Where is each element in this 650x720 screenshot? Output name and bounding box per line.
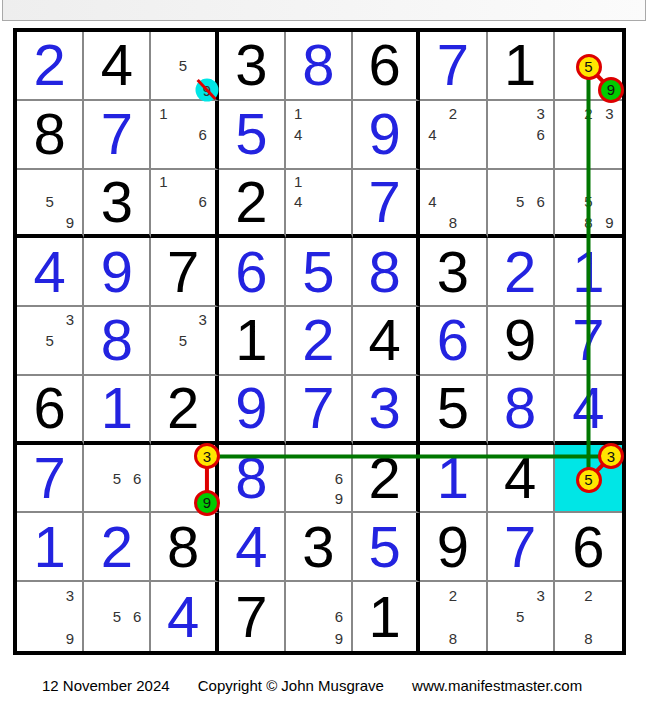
pencilmarks: 56 xyxy=(86,584,147,649)
solved-digit: 4 xyxy=(572,379,604,437)
cell-r1c5[interactable]: 8 xyxy=(286,32,353,101)
pencilmarks: 35 xyxy=(490,584,551,649)
cell-r2c8[interactable]: 36 xyxy=(488,101,555,170)
cell-r9c1[interactable]: 39 xyxy=(17,582,84,651)
cell-r1c9[interactable] xyxy=(555,32,622,101)
candidate-digit: 5 xyxy=(173,330,193,351)
cell-r6c9[interactable]: 4 xyxy=(555,376,622,445)
pencilmarks: 56 xyxy=(490,172,551,233)
solved-digit: 1 xyxy=(33,518,65,576)
solved-digit: 1 xyxy=(572,243,604,301)
solved-digit: 1 xyxy=(437,449,469,507)
cell-r8c2[interactable]: 2 xyxy=(84,513,151,582)
cell-r1c2[interactable]: 4 xyxy=(84,32,151,101)
cell-r4c6[interactable]: 8 xyxy=(353,238,420,307)
solved-digit: 2 xyxy=(504,243,536,301)
cell-r5c4[interactable]: 1 xyxy=(219,307,286,376)
candidate-digit: 5 xyxy=(107,606,127,628)
solved-digit: 9 xyxy=(235,379,267,437)
given-digit: 7 xyxy=(167,243,199,301)
candidate-digit: 4 xyxy=(422,192,442,212)
candidate-digit: 1 xyxy=(288,103,308,124)
cell-r6c6[interactable]: 3 xyxy=(353,376,420,445)
cell-r8c7[interactable]: 9 xyxy=(420,513,487,582)
pencilmarks: 69 xyxy=(288,584,349,649)
pencilmarks: 59 xyxy=(19,172,80,233)
candidate-digit: 3 xyxy=(193,309,213,330)
pencilmarks: 5 xyxy=(153,34,212,97)
cell-r6c5[interactable]: 7 xyxy=(286,376,353,445)
candidate-digit: 1 xyxy=(153,172,173,192)
page-background: 5935399 24538671871651492436235931621474… xyxy=(0,0,650,720)
cell-r3c8[interactable]: 56 xyxy=(488,170,555,239)
candidate-digit: 6 xyxy=(193,192,213,212)
given-digit: 6 xyxy=(572,518,604,576)
cell-r2c6[interactable]: 9 xyxy=(353,101,420,170)
solved-digit: 2 xyxy=(33,36,65,94)
cell-r6c3[interactable]: 2 xyxy=(151,376,218,445)
given-digit: 9 xyxy=(437,518,469,576)
solved-digit: 2 xyxy=(302,311,334,369)
cell-r9c4[interactable]: 7 xyxy=(219,582,286,651)
cell-r2c2[interactable]: 7 xyxy=(84,101,151,170)
cell-r6c4[interactable]: 9 xyxy=(219,376,286,445)
cell-r3c2[interactable]: 3 xyxy=(84,170,151,239)
cell-r9c9[interactable]: 28 xyxy=(555,582,622,651)
solved-digit: 8 xyxy=(369,243,401,301)
cell-r4c5[interactable]: 5 xyxy=(286,238,353,307)
candidate-digit: 3 xyxy=(530,584,550,606)
cell-r4c3[interactable]: 7 xyxy=(151,238,218,307)
given-digit: 6 xyxy=(33,379,65,437)
candidate-digit: 9 xyxy=(60,627,80,649)
candidate-digit: 8 xyxy=(443,212,463,232)
pencilmarks: 48 xyxy=(422,172,483,233)
cell-r3c6[interactable]: 7 xyxy=(353,170,420,239)
cell-r5c1[interactable]: 35 xyxy=(17,307,84,376)
pencilmarks: 16 xyxy=(153,103,212,166)
cell-r3c1[interactable]: 59 xyxy=(17,170,84,239)
solved-digit: 3 xyxy=(369,379,401,437)
candidate-digit: 3 xyxy=(60,309,80,330)
candidate-digit: 2 xyxy=(443,103,463,124)
pencilmarks: 14 xyxy=(288,103,349,166)
cell-r9c2[interactable]: 56 xyxy=(84,582,151,651)
candidate-digit: 6 xyxy=(530,192,550,212)
cell-r2c9[interactable]: 23 xyxy=(555,101,622,170)
candidate-digit: 6 xyxy=(530,124,550,145)
given-digit: 2 xyxy=(235,173,267,231)
candidate-digit: 1 xyxy=(288,172,308,192)
cell-r4c4[interactable]: 6 xyxy=(219,238,286,307)
solved-digit: 6 xyxy=(437,311,469,369)
cell-r5c5[interactable]: 2 xyxy=(286,307,353,376)
footer: 12 November 2024 Copyright © John Musgra… xyxy=(42,677,582,694)
pencilmarks: 35 xyxy=(153,309,212,372)
cell-r7c8[interactable]: 4 xyxy=(488,445,555,514)
cell-r9c8[interactable]: 35 xyxy=(488,582,555,651)
candidate-digit: 4 xyxy=(288,124,308,145)
cell-r4c8[interactable]: 2 xyxy=(488,238,555,307)
pencilmarks xyxy=(557,447,620,510)
candidate-digit: 5 xyxy=(39,330,59,351)
cell-r2c7[interactable]: 24 xyxy=(420,101,487,170)
pencilmarks: 16 xyxy=(153,172,212,233)
cell-r8c8[interactable]: 7 xyxy=(488,513,555,582)
given-digit: 9 xyxy=(504,311,536,369)
solved-digit: 5 xyxy=(369,518,401,576)
solved-digit: 5 xyxy=(235,105,267,163)
candidate-digit: 4 xyxy=(422,124,442,145)
pencilmarks: 589 xyxy=(557,172,620,233)
cell-r6c1[interactable]: 6 xyxy=(17,376,84,445)
cell-r8c9[interactable]: 6 xyxy=(555,513,622,582)
cell-r6c7[interactable]: 5 xyxy=(420,376,487,445)
cell-r9c7[interactable]: 28 xyxy=(420,582,487,651)
pencilmarks: 36 xyxy=(490,103,551,166)
candidate-digit: 6 xyxy=(193,124,213,145)
given-digit: 1 xyxy=(235,311,267,369)
given-digit: 8 xyxy=(167,518,199,576)
solved-digit: 8 xyxy=(302,36,334,94)
cell-r2c1[interactable]: 8 xyxy=(17,101,84,170)
candidate-digit: 2 xyxy=(443,584,463,606)
solved-digit: 4 xyxy=(167,588,199,646)
solved-digit: 9 xyxy=(369,105,401,163)
cell-r5c9[interactable]: 7 xyxy=(555,307,622,376)
solved-digit: 7 xyxy=(504,518,536,576)
cell-r5c3[interactable]: 35 xyxy=(151,307,218,376)
cell-r1c8[interactable]: 1 xyxy=(488,32,555,101)
cell-r8c3[interactable]: 8 xyxy=(151,513,218,582)
cell-r9c6[interactable]: 1 xyxy=(353,582,420,651)
cell-r2c5[interactable]: 14 xyxy=(286,101,353,170)
cell-r8c4[interactable]: 4 xyxy=(219,513,286,582)
pencilmarks: 56 xyxy=(86,447,147,510)
solved-digit: 5 xyxy=(302,243,334,301)
candidate-digit: 3 xyxy=(599,103,620,124)
pencilmarks: 28 xyxy=(422,584,483,649)
candidate-digit: 9 xyxy=(60,212,80,232)
cell-r1c3[interactable]: 5 xyxy=(151,32,218,101)
given-digit: 4 xyxy=(369,311,401,369)
candidate-digit: 3 xyxy=(530,103,550,124)
cell-r7c9[interactable] xyxy=(555,445,622,514)
candidate-digit: 4 xyxy=(288,192,308,212)
cell-r9c3[interactable]: 4 xyxy=(151,582,218,651)
cell-r1c4[interactable]: 3 xyxy=(219,32,286,101)
candidate-digit: 9 xyxy=(329,627,349,649)
cell-r3c5[interactable]: 14 xyxy=(286,170,353,239)
footer-copyright: Copyright © John Musgrave xyxy=(198,677,384,694)
solved-digit: 7 xyxy=(302,379,334,437)
cell-r4c7[interactable]: 3 xyxy=(420,238,487,307)
cell-r6c8[interactable]: 8 xyxy=(488,376,555,445)
cell-r4c1[interactable]: 4 xyxy=(17,238,84,307)
given-digit: 2 xyxy=(167,379,199,437)
solved-digit: 8 xyxy=(101,311,133,369)
candidate-digit: 6 xyxy=(127,606,147,628)
given-digit: 6 xyxy=(369,36,401,94)
candidate-digit: 5 xyxy=(173,55,193,76)
given-digit: 8 xyxy=(33,105,65,163)
solved-digit: 8 xyxy=(504,379,536,437)
cell-r1c6[interactable]: 6 xyxy=(353,32,420,101)
sudoku-board: 5935399 24538671871651492436235931621474… xyxy=(13,28,626,655)
top-bar xyxy=(2,0,646,21)
solved-digit: 7 xyxy=(572,311,604,369)
solved-digit: 7 xyxy=(369,173,401,231)
cell-r5c8[interactable]: 9 xyxy=(488,307,555,376)
candidate-digit: 8 xyxy=(578,212,599,232)
solved-digit: 4 xyxy=(33,243,65,301)
cell-r3c4[interactable]: 2 xyxy=(219,170,286,239)
given-digit: 3 xyxy=(101,173,133,231)
candidate-digit: 8 xyxy=(443,627,463,649)
cell-r7c3[interactable] xyxy=(151,445,218,514)
solved-digit: 7 xyxy=(33,449,65,507)
cell-r8c6[interactable]: 5 xyxy=(353,513,420,582)
cell-r1c7[interactable]: 7 xyxy=(420,32,487,101)
pencilmarks: 35 xyxy=(19,309,80,372)
given-digit: 7 xyxy=(235,588,267,646)
solved-digit: 8 xyxy=(235,449,267,507)
cell-r9c5[interactable]: 69 xyxy=(286,582,353,651)
given-digit: 1 xyxy=(369,588,401,646)
cell-r8c1[interactable]: 1 xyxy=(17,513,84,582)
cell-r7c5[interactable]: 69 xyxy=(286,445,353,514)
candidate-digit: 9 xyxy=(599,212,620,232)
pencilmarks: 24 xyxy=(422,103,483,166)
cell-r4c2[interactable]: 9 xyxy=(84,238,151,307)
pencilmarks: 28 xyxy=(557,584,620,649)
cell-r2c3[interactable]: 16 xyxy=(151,101,218,170)
pencilmarks: 23 xyxy=(557,103,620,166)
candidate-digit: 3 xyxy=(60,584,80,606)
candidate-digit: 5 xyxy=(578,192,599,212)
given-digit: 5 xyxy=(437,379,469,437)
cell-r7c7[interactable]: 1 xyxy=(420,445,487,514)
cell-r6c2[interactable]: 1 xyxy=(84,376,151,445)
candidate-digit: 6 xyxy=(127,468,147,489)
cell-r7c6[interactable]: 2 xyxy=(353,445,420,514)
given-digit: 3 xyxy=(302,518,334,576)
solved-digit: 6 xyxy=(235,243,267,301)
pencilmarks: 14 xyxy=(288,172,349,233)
pencilmarks: 39 xyxy=(19,584,80,649)
footer-website[interactable]: www.manifestmaster.com xyxy=(412,677,582,694)
candidate-digit: 5 xyxy=(39,192,59,212)
solved-digit: 7 xyxy=(101,105,133,163)
given-digit: 4 xyxy=(101,36,133,94)
given-digit: 3 xyxy=(437,243,469,301)
cell-r3c7[interactable]: 48 xyxy=(420,170,487,239)
candidate-digit: 9 xyxy=(329,489,349,510)
candidate-digit: 2 xyxy=(578,103,599,124)
solved-digit: 9 xyxy=(101,243,133,301)
cell-r5c2[interactable]: 8 xyxy=(84,307,151,376)
cell-r4c9[interactable]: 1 xyxy=(555,238,622,307)
cell-r3c3[interactable]: 16 xyxy=(151,170,218,239)
candidate-digit: 6 xyxy=(329,468,349,489)
candidate-digit: 5 xyxy=(510,606,530,628)
solved-digit: 1 xyxy=(101,379,133,437)
given-digit: 3 xyxy=(235,36,267,94)
cell-r7c4[interactable]: 8 xyxy=(219,445,286,514)
cell-r5c7[interactable]: 6 xyxy=(420,307,487,376)
candidate-digit: 2 xyxy=(578,584,599,606)
given-digit: 4 xyxy=(504,449,536,507)
footer-date: 12 November 2024 xyxy=(42,677,170,694)
pencilmarks xyxy=(557,34,620,97)
given-digit: 2 xyxy=(369,449,401,507)
cell-r5c6[interactable]: 4 xyxy=(353,307,420,376)
candidate-digit: 5 xyxy=(510,192,530,212)
given-digit: 1 xyxy=(504,36,536,94)
cell-r8c5[interactable]: 3 xyxy=(286,513,353,582)
solved-digit: 7 xyxy=(437,36,469,94)
candidate-digit: 6 xyxy=(329,606,349,628)
solved-digit: 2 xyxy=(101,518,133,576)
pencilmarks: 69 xyxy=(288,447,349,510)
pencilmarks xyxy=(153,447,212,510)
candidate-digit: 8 xyxy=(578,627,599,649)
candidate-digit: 1 xyxy=(153,103,173,124)
cell-r3c9[interactable]: 589 xyxy=(555,170,622,239)
cell-r7c2[interactable]: 56 xyxy=(84,445,151,514)
cell-r2c4[interactable]: 5 xyxy=(219,101,286,170)
solved-digit: 4 xyxy=(235,518,267,576)
candidate-digit: 5 xyxy=(107,468,127,489)
cell-r1c1[interactable]: 2 xyxy=(17,32,84,101)
cell-r7c1[interactable]: 7 xyxy=(17,445,84,514)
